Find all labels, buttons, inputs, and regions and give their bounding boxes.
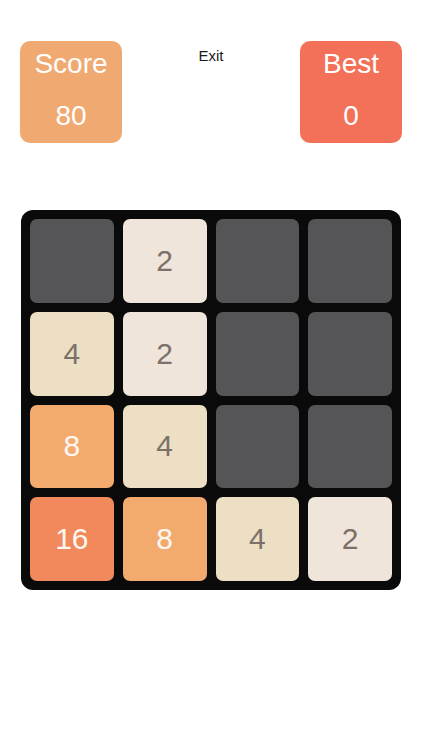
tile-2-r4c4: 2 — [308, 497, 392, 581]
best-label: Best — [323, 49, 379, 79]
board-2048[interactable]: 2428416842 — [21, 210, 401, 590]
tile-4-r2c1: 4 — [30, 312, 114, 396]
score-label: Score — [34, 49, 107, 79]
tile-8-r4c2: 8 — [123, 497, 207, 581]
best-box: Best 0 — [300, 41, 402, 143]
best-value: 0 — [343, 101, 359, 131]
tile-2-r1c2: 2 — [123, 219, 207, 303]
app-screen: { "game": "2048", "position": { "grid": … — [0, 0, 422, 750]
empty-cell-r2c3 — [216, 312, 300, 396]
tile-4-r3c2: 4 — [123, 405, 207, 489]
empty-cell-r2c4 — [308, 312, 392, 396]
empty-cell-r1c4 — [308, 219, 392, 303]
empty-cell-r3c4 — [308, 405, 392, 489]
tile-16-r4c1: 16 — [30, 497, 114, 581]
empty-cell-r3c3 — [216, 405, 300, 489]
score-box: Score 80 — [20, 41, 122, 143]
exit-button[interactable]: Exit — [198, 47, 223, 64]
score-value: 80 — [55, 101, 86, 131]
empty-cell-r1c1 — [30, 219, 114, 303]
tile-2-r2c2: 2 — [123, 312, 207, 396]
tile-4-r4c3: 4 — [216, 497, 300, 581]
empty-cell-r1c3 — [216, 219, 300, 303]
tile-8-r3c1: 8 — [30, 405, 114, 489]
